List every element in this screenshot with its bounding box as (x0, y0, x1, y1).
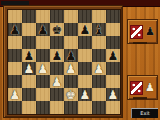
clock-icon-white (130, 81, 143, 95)
square-h7[interactable] (106, 23, 120, 36)
exit-button[interactable]: Exit (131, 108, 158, 118)
square-d2[interactable] (50, 88, 64, 101)
square-g2[interactable] (92, 88, 106, 101)
black-pawn: ♟ (80, 23, 91, 35)
square-e3[interactable] (64, 75, 78, 88)
square-g1[interactable] (92, 101, 106, 114)
square-b1[interactable] (22, 101, 36, 114)
square-b6[interactable] (22, 36, 36, 49)
white-side-indicator: ♟ (143, 82, 157, 93)
square-e6[interactable] (64, 36, 78, 49)
square-c8[interactable] (36, 10, 50, 23)
square-a6[interactable] (8, 36, 22, 49)
black-pawn: ♟ (24, 49, 35, 61)
square-c6[interactable] (36, 36, 50, 49)
square-h8[interactable] (106, 10, 120, 23)
square-e7[interactable] (64, 23, 78, 36)
square-h5[interactable]: ♟ (106, 49, 120, 62)
black-king: ♚ (52, 23, 63, 35)
square-g5[interactable] (92, 49, 106, 62)
clock-icon-black (130, 25, 143, 39)
square-h6[interactable] (106, 36, 120, 49)
square-d6[interactable] (50, 36, 64, 49)
black-pawn: ♟ (10, 23, 21, 35)
square-e4[interactable]: ♟ (64, 62, 78, 75)
white-pawn: ♟ (10, 88, 21, 100)
square-c3[interactable] (36, 75, 50, 88)
white-pawn: ♟ (108, 88, 119, 100)
square-a8[interactable] (8, 10, 22, 23)
black-pawn: ♟ (108, 49, 119, 61)
square-d7[interactable]: ♚ (50, 23, 64, 36)
black-pawn: ♟ (52, 49, 63, 61)
square-g4[interactable]: ♟ (92, 62, 106, 75)
white-pawn: ♟ (94, 62, 105, 74)
square-d5[interactable]: ♟ (50, 49, 64, 62)
square-a7[interactable]: ♟ (8, 23, 22, 36)
square-f2[interactable]: ♟ (78, 88, 92, 101)
square-f3[interactable] (78, 75, 92, 88)
square-f4[interactable] (78, 62, 92, 75)
square-h2[interactable]: ♟ (106, 88, 120, 101)
black-side-indicator: ♟ (143, 26, 157, 37)
square-e8[interactable] (64, 10, 78, 23)
chess-board: ♟♟♚♟♝♟♟♟♟♟♟♟♟♟♟♚♟♟ (7, 9, 121, 115)
square-d8[interactable] (50, 10, 64, 23)
square-b7[interactable] (22, 23, 36, 36)
square-f7[interactable]: ♟ (78, 23, 92, 36)
black-panel-caption (133, 42, 147, 44)
square-g8[interactable] (92, 10, 106, 23)
square-c7[interactable]: ♟ (36, 23, 50, 36)
square-e5[interactable]: ♟ (64, 49, 78, 62)
white-pawn: ♟ (38, 62, 49, 74)
white-pawn: ♟ (66, 62, 77, 74)
white-panel-caption (133, 97, 147, 99)
white-king: ♚ (66, 88, 77, 100)
square-b5[interactable]: ♟ (22, 49, 36, 62)
square-g3[interactable] (92, 75, 106, 88)
square-f1[interactable] (78, 101, 92, 114)
square-d4[interactable] (50, 62, 64, 75)
square-a3[interactable] (8, 75, 22, 88)
square-e1[interactable] (64, 101, 78, 114)
square-a2[interactable]: ♟ (8, 88, 22, 101)
square-g6[interactable] (92, 36, 106, 49)
square-h4[interactable] (106, 62, 120, 75)
square-c4[interactable]: ♟ (36, 62, 50, 75)
square-a1[interactable] (8, 101, 22, 114)
square-b2[interactable] (22, 88, 36, 101)
white-pawn: ♟ (52, 75, 63, 87)
square-f5[interactable] (78, 49, 92, 62)
square-g7[interactable]: ♝ (92, 23, 106, 36)
white-pawn: ♟ (80, 88, 91, 100)
square-a5[interactable] (8, 49, 22, 62)
square-f6[interactable] (78, 36, 92, 49)
square-e2[interactable]: ♚ (64, 88, 78, 101)
black-pawn: ♟ (66, 49, 77, 61)
white-pawn: ♟ (24, 62, 35, 74)
app-window: ♟♟♚♟♝♟♟♟♟♟♟♟♟♟♟♚♟♟ ♟ ♟ Exit (0, 0, 160, 120)
square-a4[interactable] (8, 62, 22, 75)
square-b3[interactable] (22, 75, 36, 88)
black-pawn: ♟ (38, 23, 49, 35)
square-c5[interactable] (36, 49, 50, 62)
square-b4[interactable]: ♟ (22, 62, 36, 75)
black-bishop: ♝ (94, 23, 105, 35)
black-player-panel: ♟ (127, 19, 158, 44)
square-h3[interactable] (106, 75, 120, 88)
square-c1[interactable] (36, 101, 50, 114)
square-d1[interactable] (50, 101, 64, 114)
square-c2[interactable] (36, 88, 50, 101)
square-b8[interactable] (22, 10, 36, 23)
square-f8[interactable] (78, 10, 92, 23)
square-d3[interactable]: ♟ (50, 75, 64, 88)
chess-board-frame: ♟♟♚♟♝♟♟♟♟♟♟♟♟♟♟♚♟♟ (3, 5, 123, 118)
square-h1[interactable] (106, 101, 120, 114)
